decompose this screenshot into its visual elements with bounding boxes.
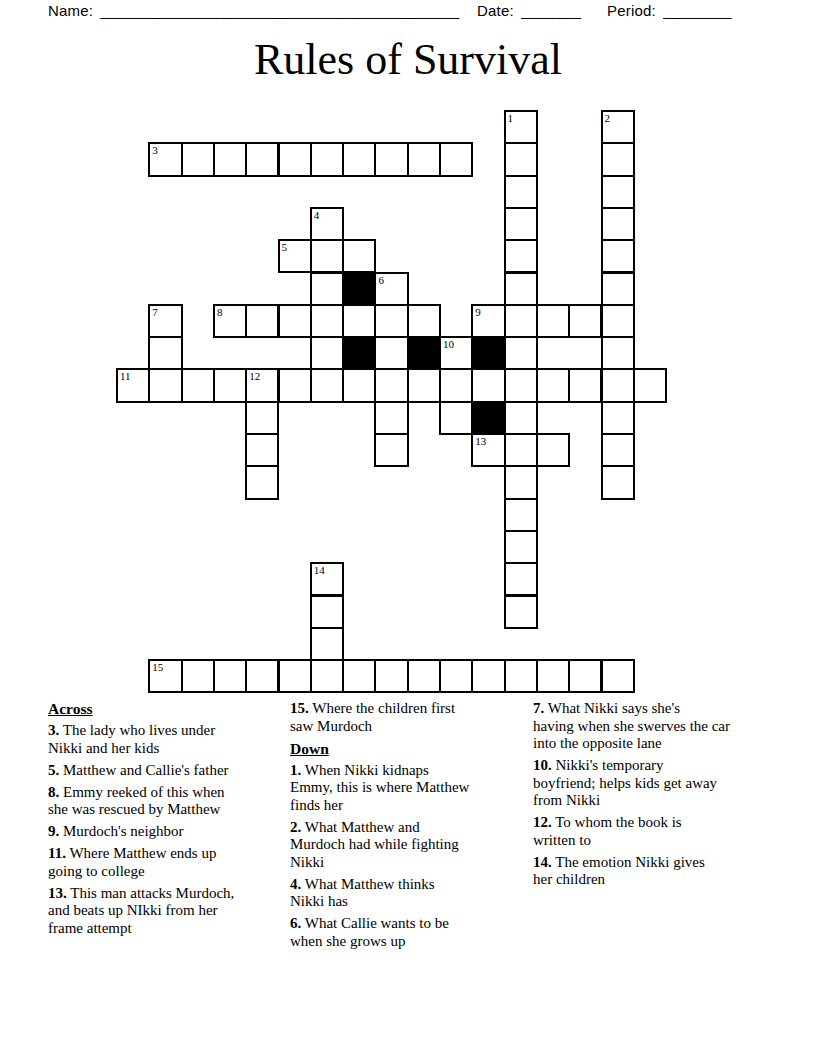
white-cell[interactable] bbox=[310, 336, 344, 370]
clue-column-middle: 15. Where the children first saw Murdoch… bbox=[290, 700, 505, 950]
white-cell[interactable] bbox=[504, 498, 538, 532]
white-cell[interactable] bbox=[471, 368, 505, 402]
white-cell[interactable] bbox=[148, 336, 182, 370]
white-cell[interactable] bbox=[536, 368, 570, 402]
clue-2: 2. What Matthew and Murdoch had while fi… bbox=[290, 819, 505, 872]
white-cell[interactable] bbox=[310, 272, 344, 306]
clue-text: The lady who lives under Nikki and her k… bbox=[48, 722, 215, 756]
clue-number-9: 9 bbox=[475, 306, 481, 318]
white-cell[interactable] bbox=[633, 368, 667, 402]
white-cell[interactable] bbox=[601, 142, 635, 176]
white-cell[interactable]: 3 bbox=[148, 142, 182, 176]
white-cell[interactable] bbox=[601, 401, 635, 435]
name-label: Name: bbox=[48, 2, 93, 19]
clue-num: 10. bbox=[533, 757, 552, 773]
crossword-grid: 123456789101112131415 bbox=[116, 110, 667, 693]
white-cell[interactable] bbox=[504, 595, 538, 629]
white-cell[interactable] bbox=[310, 595, 344, 629]
clue-num: 4. bbox=[290, 876, 301, 892]
name-blank-line[interactable]: ________________________________________… bbox=[101, 2, 460, 19]
black-cell bbox=[342, 272, 376, 306]
white-cell[interactable] bbox=[374, 368, 408, 402]
white-cell[interactable] bbox=[213, 142, 247, 176]
clue-text: Murdoch's neighbor bbox=[63, 823, 184, 839]
clue-column-right: 7. What Nikki says she's having when she… bbox=[533, 700, 765, 889]
clue-number-6: 6 bbox=[378, 274, 384, 286]
clue-14: 14. The emotion Nikki gives her children bbox=[533, 854, 765, 889]
white-cell[interactable] bbox=[439, 142, 473, 176]
clue-text: The emotion Nikki gives her children bbox=[533, 854, 705, 888]
white-cell[interactable] bbox=[504, 239, 538, 273]
clue-num: 9. bbox=[48, 823, 59, 839]
white-cell[interactable] bbox=[504, 207, 538, 241]
white-cell[interactable] bbox=[601, 368, 635, 402]
white-cell[interactable]: 5 bbox=[278, 239, 312, 273]
white-cell[interactable] bbox=[310, 142, 344, 176]
white-cell[interactable] bbox=[536, 304, 570, 338]
white-cell[interactable] bbox=[536, 659, 570, 693]
white-cell[interactable] bbox=[278, 142, 312, 176]
white-cell[interactable] bbox=[601, 465, 635, 499]
clue-num: 14. bbox=[533, 854, 552, 870]
white-cell[interactable]: 10 bbox=[439, 336, 473, 370]
clue-num: 2. bbox=[290, 819, 301, 835]
white-cell[interactable] bbox=[601, 336, 635, 370]
white-cell[interactable] bbox=[374, 659, 408, 693]
white-cell[interactable]: 8 bbox=[213, 304, 247, 338]
white-cell[interactable] bbox=[374, 304, 408, 338]
clue-6: 6. What Callie wants to be when she grow… bbox=[290, 915, 505, 950]
white-cell[interactable] bbox=[310, 627, 344, 661]
white-cell[interactable] bbox=[504, 272, 538, 306]
black-cell bbox=[342, 336, 376, 370]
clue-text: Where the children first saw Murdoch bbox=[290, 700, 455, 734]
white-cell[interactable]: 11 bbox=[116, 368, 150, 402]
clue-text: When Nikki kidnaps Emmy, this is where M… bbox=[290, 762, 469, 813]
white-cell[interactable] bbox=[181, 368, 215, 402]
white-cell[interactable] bbox=[504, 659, 538, 693]
white-cell[interactable] bbox=[601, 433, 635, 467]
clue-7: 7. What Nikki says she's having when she… bbox=[533, 700, 765, 753]
white-cell[interactable] bbox=[374, 401, 408, 435]
clue-text: This man attacks Murdoch, and beats up N… bbox=[48, 885, 234, 936]
clue-num: 5. bbox=[48, 762, 59, 778]
clue-text: What Nikki says she's having when she sw… bbox=[533, 700, 730, 751]
worksheet-header: Name: __________________________________… bbox=[0, 2, 816, 22]
clue-number-12: 12 bbox=[249, 370, 260, 382]
white-cell[interactable]: 12 bbox=[245, 368, 279, 402]
clue-15: 15. Where the children first saw Murdoch bbox=[290, 700, 505, 735]
clue-number-4: 4 bbox=[314, 209, 320, 221]
clue-num: 15. bbox=[290, 700, 309, 716]
white-cell[interactable] bbox=[504, 465, 538, 499]
white-cell[interactable] bbox=[213, 368, 247, 402]
clue-num: 1. bbox=[290, 762, 301, 778]
clue-text: Nikki's temporary boyfriend; helps kids … bbox=[533, 757, 717, 808]
white-cell[interactable] bbox=[374, 142, 408, 176]
clue-num: 6. bbox=[290, 915, 301, 931]
clue-12: 12. To whom the book is written to bbox=[533, 814, 765, 849]
white-cell[interactable] bbox=[504, 562, 538, 596]
white-cell[interactable] bbox=[310, 239, 344, 273]
white-cell[interactable] bbox=[568, 368, 602, 402]
page-title: Rules of Survival bbox=[0, 34, 816, 85]
white-cell[interactable] bbox=[504, 142, 538, 176]
white-cell[interactable] bbox=[181, 142, 215, 176]
white-cell[interactable]: 1 bbox=[504, 110, 538, 144]
clue-num: 8. bbox=[48, 784, 59, 800]
clue-number-10: 10 bbox=[443, 338, 454, 350]
period-label: Period: bbox=[607, 2, 656, 19]
clue-11: 11. Where Matthew ends up going to colle… bbox=[48, 845, 276, 880]
white-cell[interactable] bbox=[601, 239, 635, 273]
white-cell[interactable] bbox=[504, 401, 538, 435]
white-cell[interactable] bbox=[342, 659, 376, 693]
white-cell[interactable] bbox=[439, 659, 473, 693]
white-cell[interactable] bbox=[407, 142, 441, 176]
white-cell[interactable] bbox=[568, 659, 602, 693]
white-cell[interactable] bbox=[245, 433, 279, 467]
clue-number-13: 13 bbox=[475, 435, 486, 447]
white-cell[interactable] bbox=[245, 401, 279, 435]
clue-9: 9. Murdoch's neighbor bbox=[48, 823, 276, 841]
white-cell[interactable]: 2 bbox=[601, 110, 635, 144]
white-cell[interactable] bbox=[310, 659, 344, 693]
white-cell[interactable] bbox=[245, 465, 279, 499]
white-cell[interactable] bbox=[374, 433, 408, 467]
name-field: Name: __________________________________… bbox=[48, 2, 459, 19]
clue-13: 13. This man attacks Murdoch, and beats … bbox=[48, 885, 276, 938]
clue-text: Matthew and Callie's father bbox=[63, 762, 229, 778]
black-cell bbox=[471, 401, 505, 435]
white-cell[interactable]: 13 bbox=[471, 433, 505, 467]
clue-text: Emmy reeked of this when she was rescued… bbox=[48, 784, 225, 818]
white-cell[interactable] bbox=[407, 659, 441, 693]
white-cell[interactable] bbox=[245, 142, 279, 176]
white-cell[interactable] bbox=[245, 304, 279, 338]
white-cell[interactable] bbox=[278, 304, 312, 338]
white-cell[interactable] bbox=[278, 368, 312, 402]
white-cell[interactable] bbox=[568, 304, 602, 338]
white-cell[interactable] bbox=[342, 239, 376, 273]
white-cell[interactable] bbox=[601, 272, 635, 306]
white-cell[interactable] bbox=[374, 336, 408, 370]
white-cell[interactable] bbox=[213, 659, 247, 693]
white-cell[interactable] bbox=[504, 530, 538, 564]
clue-num: 7. bbox=[533, 700, 544, 716]
white-cell[interactable] bbox=[310, 368, 344, 402]
clue-number-15: 15 bbox=[152, 661, 163, 673]
clue-4: 4. What Matthew thinks Nikki has bbox=[290, 876, 505, 911]
clue-number-11: 11 bbox=[120, 370, 131, 382]
white-cell[interactable] bbox=[504, 336, 538, 370]
clue-number-7: 7 bbox=[152, 306, 158, 318]
white-cell[interactable]: 6 bbox=[374, 272, 408, 306]
white-cell[interactable] bbox=[471, 659, 505, 693]
clue-text: To whom the book is written to bbox=[533, 814, 682, 848]
clue-text: What Matthew thinks Nikki has bbox=[290, 876, 435, 910]
date-blank-line[interactable]: _______ bbox=[521, 2, 581, 19]
white-cell[interactable] bbox=[601, 175, 635, 209]
white-cell[interactable] bbox=[407, 368, 441, 402]
white-cell[interactable] bbox=[601, 207, 635, 241]
down-header: Down bbox=[290, 740, 505, 758]
white-cell[interactable]: 14 bbox=[310, 562, 344, 596]
white-cell[interactable]: 15 bbox=[148, 659, 182, 693]
clue-num: 12. bbox=[533, 814, 552, 830]
white-cell[interactable] bbox=[504, 175, 538, 209]
clue-text: Where Matthew ends up going to college bbox=[48, 845, 216, 879]
date-field: Date: _______ bbox=[477, 2, 581, 19]
white-cell[interactable]: 9 bbox=[471, 304, 505, 338]
clue-number-3: 3 bbox=[152, 144, 158, 156]
white-cell[interactable] bbox=[601, 304, 635, 338]
clue-text: What Matthew and Murdoch had while fight… bbox=[290, 819, 459, 870]
white-cell[interactable] bbox=[601, 659, 635, 693]
white-cell[interactable] bbox=[342, 142, 376, 176]
white-cell[interactable] bbox=[342, 304, 376, 338]
white-cell[interactable] bbox=[536, 433, 570, 467]
clue-number-8: 8 bbox=[217, 306, 223, 318]
white-cell[interactable] bbox=[278, 659, 312, 693]
clue-number-2: 2 bbox=[605, 112, 611, 124]
period-field: Period: ________ bbox=[607, 2, 732, 19]
black-cell bbox=[471, 336, 505, 370]
white-cell[interactable] bbox=[181, 659, 215, 693]
across-header: Across bbox=[48, 700, 276, 718]
period-blank-line[interactable]: ________ bbox=[663, 2, 731, 19]
clue-number-14: 14 bbox=[314, 564, 325, 576]
clue-1: 1. When Nikki kidnaps Emmy, this is wher… bbox=[290, 762, 505, 815]
clue-5: 5. Matthew and Callie's father bbox=[48, 762, 276, 780]
clue-num: 3. bbox=[48, 722, 59, 738]
clue-number-1: 1 bbox=[508, 112, 514, 124]
white-cell[interactable] bbox=[504, 304, 538, 338]
white-cell[interactable] bbox=[439, 368, 473, 402]
clue-10: 10. Nikki's temporary boyfriend; helps k… bbox=[533, 757, 765, 810]
clue-3: 3. The lady who lives under Nikki and he… bbox=[48, 722, 276, 757]
date-label: Date: bbox=[477, 2, 514, 19]
clue-column-across: Across3. The lady who lives under Nikki … bbox=[48, 700, 276, 937]
white-cell[interactable]: 7 bbox=[148, 304, 182, 338]
clue-num: 11. bbox=[48, 845, 66, 861]
clue-num: 13. bbox=[48, 885, 67, 901]
black-cell bbox=[407, 336, 441, 370]
white-cell[interactable] bbox=[342, 368, 376, 402]
white-cell[interactable] bbox=[148, 368, 182, 402]
white-cell[interactable] bbox=[439, 401, 473, 435]
clue-text: What Callie wants to be when she grows u… bbox=[290, 915, 449, 949]
worksheet-page: { "game": "crossword", "title": "Rules o… bbox=[0, 0, 816, 1056]
white-cell[interactable] bbox=[310, 304, 344, 338]
clue-number-5: 5 bbox=[282, 241, 288, 253]
white-cell[interactable] bbox=[245, 659, 279, 693]
white-cell[interactable] bbox=[504, 433, 538, 467]
white-cell[interactable] bbox=[504, 368, 538, 402]
white-cell[interactable]: 4 bbox=[310, 207, 344, 241]
white-cell[interactable] bbox=[407, 304, 441, 338]
clue-8: 8. Emmy reeked of this when she was resc… bbox=[48, 784, 276, 819]
